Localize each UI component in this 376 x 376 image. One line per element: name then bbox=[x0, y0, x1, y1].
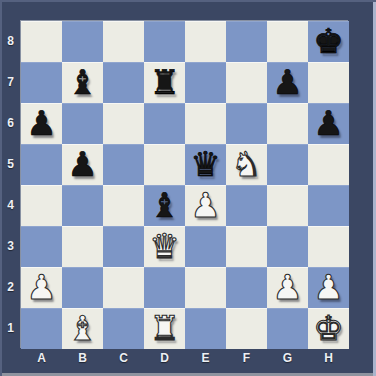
square-e4[interactable]: ♟ bbox=[185, 185, 226, 226]
square-h8[interactable]: ♚ bbox=[308, 21, 349, 62]
white-queen-d3: ♛ bbox=[149, 226, 179, 267]
chess-board-frame: ♚♝♜♟♟♟♟♛♞♝♟♛♟♟♟♝♜♚ 87654321 ABCDEFGH bbox=[0, 0, 376, 376]
square-f7[interactable] bbox=[226, 62, 267, 103]
square-h6[interactable]: ♟ bbox=[308, 103, 349, 144]
square-g1[interactable] bbox=[267, 308, 308, 349]
white-rook-d1: ♜ bbox=[149, 308, 179, 349]
file-label-a: A bbox=[21, 349, 62, 369]
square-g8[interactable] bbox=[267, 21, 308, 62]
file-label-d: D bbox=[144, 349, 185, 369]
square-e5[interactable]: ♛ bbox=[185, 144, 226, 185]
square-b6[interactable] bbox=[62, 103, 103, 144]
rank-label-1: 1 bbox=[0, 308, 21, 349]
square-h7[interactable] bbox=[308, 62, 349, 103]
square-h5[interactable] bbox=[308, 144, 349, 185]
square-c2[interactable] bbox=[103, 267, 144, 308]
black-pawn-a6: ♟ bbox=[26, 103, 56, 144]
square-h3[interactable] bbox=[308, 226, 349, 267]
black-pawn-h6: ♟ bbox=[313, 103, 343, 144]
square-d2[interactable] bbox=[144, 267, 185, 308]
file-label-c: C bbox=[103, 349, 144, 369]
black-pawn-b5: ♟ bbox=[67, 144, 97, 185]
square-b8[interactable] bbox=[62, 21, 103, 62]
square-c7[interactable] bbox=[103, 62, 144, 103]
square-a2[interactable]: ♟ bbox=[21, 267, 62, 308]
square-g2[interactable]: ♟ bbox=[267, 267, 308, 308]
square-c8[interactable] bbox=[103, 21, 144, 62]
square-d4[interactable]: ♝ bbox=[144, 185, 185, 226]
square-d7[interactable]: ♜ bbox=[144, 62, 185, 103]
square-e6[interactable] bbox=[185, 103, 226, 144]
square-e8[interactable] bbox=[185, 21, 226, 62]
square-d6[interactable] bbox=[144, 103, 185, 144]
square-f6[interactable] bbox=[226, 103, 267, 144]
file-label-e: E bbox=[185, 349, 226, 369]
rank-label-6: 6 bbox=[0, 103, 21, 144]
square-h1[interactable]: ♚ bbox=[308, 308, 349, 349]
file-label-f: F bbox=[226, 349, 267, 369]
square-g3[interactable] bbox=[267, 226, 308, 267]
square-a8[interactable] bbox=[21, 21, 62, 62]
square-c5[interactable] bbox=[103, 144, 144, 185]
square-e2[interactable] bbox=[185, 267, 226, 308]
square-f4[interactable] bbox=[226, 185, 267, 226]
square-c4[interactable] bbox=[103, 185, 144, 226]
square-b4[interactable] bbox=[62, 185, 103, 226]
square-d3[interactable]: ♛ bbox=[144, 226, 185, 267]
file-label-h: H bbox=[308, 349, 349, 369]
white-pawn-a2: ♟ bbox=[26, 267, 56, 308]
square-b2[interactable] bbox=[62, 267, 103, 308]
rank-label-4: 4 bbox=[0, 185, 21, 226]
square-a7[interactable] bbox=[21, 62, 62, 103]
black-bishop-b7: ♝ bbox=[67, 62, 97, 103]
square-b3[interactable] bbox=[62, 226, 103, 267]
file-label-b: B bbox=[62, 349, 103, 369]
square-f2[interactable] bbox=[226, 267, 267, 308]
square-a4[interactable] bbox=[21, 185, 62, 226]
white-king-h1: ♚ bbox=[313, 308, 343, 349]
white-pawn-h2: ♟ bbox=[313, 267, 343, 308]
square-c6[interactable] bbox=[103, 103, 144, 144]
square-e1[interactable] bbox=[185, 308, 226, 349]
white-pawn-e4: ♟ bbox=[190, 185, 220, 226]
square-a5[interactable] bbox=[21, 144, 62, 185]
square-h4[interactable] bbox=[308, 185, 349, 226]
square-g7[interactable]: ♟ bbox=[267, 62, 308, 103]
square-b1[interactable]: ♝ bbox=[62, 308, 103, 349]
square-b7[interactable]: ♝ bbox=[62, 62, 103, 103]
black-rook-d7: ♜ bbox=[149, 62, 179, 103]
white-pawn-g2: ♟ bbox=[272, 267, 302, 308]
square-h2[interactable]: ♟ bbox=[308, 267, 349, 308]
rank-label-2: 2 bbox=[0, 267, 21, 308]
square-c1[interactable] bbox=[103, 308, 144, 349]
square-e3[interactable] bbox=[185, 226, 226, 267]
square-f1[interactable] bbox=[226, 308, 267, 349]
rank-label-7: 7 bbox=[0, 62, 21, 103]
square-c3[interactable] bbox=[103, 226, 144, 267]
black-king-h8: ♚ bbox=[313, 21, 343, 62]
square-g4[interactable] bbox=[267, 185, 308, 226]
square-f8[interactable] bbox=[226, 21, 267, 62]
square-f5[interactable]: ♞ bbox=[226, 144, 267, 185]
chess-board: ♚♝♜♟♟♟♟♛♞♝♟♛♟♟♟♝♜♚ bbox=[21, 21, 349, 349]
square-g6[interactable] bbox=[267, 103, 308, 144]
black-queen-e5: ♛ bbox=[190, 144, 220, 185]
file-label-g: G bbox=[267, 349, 308, 369]
square-b5[interactable]: ♟ bbox=[62, 144, 103, 185]
white-bishop-b1: ♝ bbox=[67, 308, 97, 349]
rank-label-5: 5 bbox=[0, 144, 21, 185]
square-g5[interactable] bbox=[267, 144, 308, 185]
white-knight-f5: ♞ bbox=[231, 144, 261, 185]
rank-label-3: 3 bbox=[0, 226, 21, 267]
black-bishop-d4: ♝ bbox=[149, 185, 179, 226]
square-f3[interactable] bbox=[226, 226, 267, 267]
square-d5[interactable] bbox=[144, 144, 185, 185]
square-e7[interactable] bbox=[185, 62, 226, 103]
square-d8[interactable] bbox=[144, 21, 185, 62]
rank-label-8: 8 bbox=[0, 21, 21, 62]
square-a3[interactable] bbox=[21, 226, 62, 267]
square-a6[interactable]: ♟ bbox=[21, 103, 62, 144]
black-pawn-g7: ♟ bbox=[272, 62, 302, 103]
square-d1[interactable]: ♜ bbox=[144, 308, 185, 349]
square-a1[interactable] bbox=[21, 308, 62, 349]
